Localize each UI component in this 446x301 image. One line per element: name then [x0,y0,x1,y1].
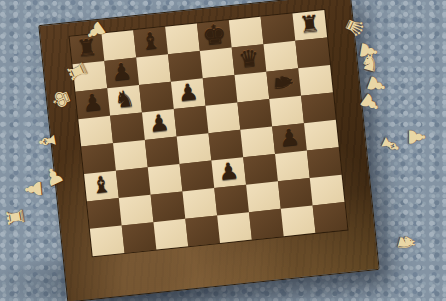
square-g8 [261,13,296,44]
captured-white-knight: ♞ [393,231,419,256]
square-b3 [116,167,151,198]
square-a4 [81,143,116,174]
square-d1 [185,215,220,246]
square-b6: ♞ [107,85,142,116]
square-e7 [200,48,235,79]
square-h3 [307,147,342,178]
captured-white-pawn: ♟ [355,39,380,62]
square-e6 [203,75,238,106]
captured-white-pawn: ♟ [362,72,389,98]
square-g3 [275,151,310,182]
board-grid: ♜♝♚♜♟♛♟♞♟♞♟♟♝♟ [69,9,349,257]
square-d2 [182,188,217,219]
captured-white-pawn: ♟ [22,178,46,200]
square-e1 [217,212,252,243]
captured-white-pawn: ♟ [405,127,427,147]
square-h7 [295,38,330,69]
square-b8 [101,30,136,61]
square-f2 [246,181,281,212]
square-f4 [240,127,275,158]
square-f3 [243,154,278,185]
square-e4 [209,130,244,161]
square-a1 [90,226,125,257]
black-bishop: ♝ [139,29,162,54]
square-h1 [313,202,348,233]
square-h6 [298,65,333,96]
square-h2 [310,175,345,206]
square-c7 [136,54,171,85]
black-pawn: ♟ [148,111,171,136]
square-h5 [301,92,336,123]
square-c4 [145,137,180,168]
square-f6 [235,72,270,103]
square-g5 [269,96,304,127]
black-knight-fallen: ♞ [271,72,295,94]
square-d4 [177,133,212,164]
captured-white-bishop: ♝ [376,131,404,158]
square-h8: ♜ [292,10,327,41]
square-e5 [206,102,241,133]
square-g4: ♟ [272,123,307,154]
square-b2 [119,195,154,226]
square-d7 [168,51,203,82]
square-a7 [73,61,108,92]
square-a3: ♝ [84,171,119,202]
square-d6: ♟ [171,78,206,109]
square-b1 [122,222,157,253]
square-c6 [139,82,174,113]
black-rook: ♜ [298,12,321,37]
black-knight: ♞ [113,87,136,112]
square-e2 [214,185,249,216]
black-pawn: ♟ [177,81,200,106]
square-c2 [151,191,186,222]
square-g6: ♞ [266,68,301,99]
black-pawn: ♟ [278,125,301,150]
black-pawn: ♟ [217,160,240,185]
square-h4 [304,120,339,151]
square-a6: ♟ [75,88,110,119]
square-a5 [78,116,113,147]
square-d8 [165,23,200,54]
square-g2 [278,178,313,209]
square-e3: ♟ [211,157,246,188]
captured-white-knight: ♞ [357,50,382,76]
black-rook: ♜ [76,36,99,61]
square-c3 [148,164,183,195]
square-b4 [113,140,148,171]
square-c8: ♝ [133,27,168,58]
black-pawn: ♟ [110,60,133,85]
black-queen: ♛ [238,47,261,72]
square-c5: ♟ [142,109,177,140]
square-a2 [87,198,122,229]
captured-white-rook: ♜ [3,205,28,228]
square-d3 [180,161,215,192]
square-b5 [110,112,145,143]
square-f5 [237,99,272,130]
square-a8: ♜ [70,34,105,65]
square-b7: ♟ [104,58,139,89]
black-pawn: ♟ [81,91,104,116]
square-c1 [154,219,189,250]
square-f7: ♛ [232,44,267,75]
square-f8 [229,17,264,48]
square-e8: ♚ [197,20,232,51]
square-g7 [264,41,299,72]
square-f1 [249,209,284,240]
square-d5 [174,106,209,137]
photo-scene: { "game": "chess", "scene": { "descripti… [0,0,446,301]
black-king: ♚ [201,20,228,49]
chess-board: ♜♝♚♜♟♛♟♞♟♞♟♟♝♟ [38,0,379,301]
black-bishop: ♝ [90,173,113,198]
square-g1 [281,205,316,236]
